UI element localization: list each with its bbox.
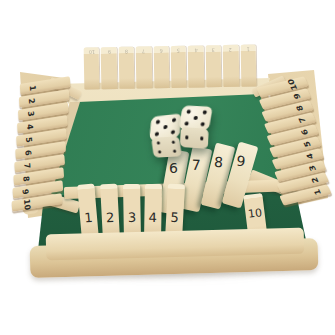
die-right[interactable] <box>178 105 215 151</box>
left-player-tiles: 1 2 3 4 5 6 7 8 9 10 <box>11 80 70 209</box>
tile-top-9[interactable]: 9 <box>101 47 117 89</box>
tile-top-8[interactable]: 8 <box>118 47 134 89</box>
tile-number: 7 <box>190 157 201 211</box>
shut-the-box-board: 6 7 8 9 1 2 3 4 5 6 7 8 9 10 10 9 8 7 6 … <box>0 0 335 335</box>
tile-top-6[interactable]: 6 <box>153 46 169 88</box>
tile-top-2[interactable]: 2 <box>223 45 239 87</box>
tile-top-4[interactable]: 4 <box>188 45 204 87</box>
top-player-tiles: 10 9 8 7 6 5 4 3 2 1 <box>84 45 257 90</box>
tile-top-5[interactable]: 5 <box>171 46 187 88</box>
die-right-front-face <box>180 127 209 149</box>
tile-top-3[interactable]: 3 <box>205 45 221 87</box>
tile-top-10[interactable]: 10 <box>84 47 100 89</box>
tile-top-1[interactable]: 1 <box>240 45 256 87</box>
tile-top-7[interactable]: 7 <box>136 46 152 88</box>
